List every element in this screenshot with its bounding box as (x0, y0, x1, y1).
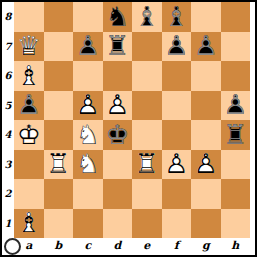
file-labels: abcdefgh (14, 238, 250, 253)
square-f2[interactable] (162, 179, 192, 209)
square-g3[interactable]: ♟♙ (191, 150, 221, 180)
square-h8[interactable] (221, 2, 251, 32)
square-f7[interactable]: ♟♙ (162, 32, 192, 62)
square-g2[interactable] (191, 179, 221, 209)
square-f3[interactable]: ♟♙ (162, 150, 192, 180)
square-b6[interactable] (44, 61, 74, 91)
square-h6[interactable] (221, 61, 251, 91)
square-a2[interactable] (14, 179, 44, 209)
square-d2[interactable] (103, 179, 133, 209)
rank-label-8: 8 (2, 2, 14, 32)
rank-label-3: 3 (2, 150, 14, 180)
rank-label-5: 5 (2, 91, 14, 121)
square-e3[interactable]: ♜♖ (132, 150, 162, 180)
square-a7[interactable]: ♛♕ (14, 32, 44, 62)
square-a4[interactable]: ♚♔ (14, 120, 44, 150)
file-label-f: f (162, 238, 192, 253)
square-d6[interactable] (103, 61, 133, 91)
piece-black-king: ♚♔ (103, 120, 133, 150)
piece-white-rook: ♜♖ (44, 150, 74, 180)
chess-board: ♞♘♝♗♝♗♛♕♟♙♜♖♟♙♟♙♝♗♟♙♟♙♟♙♟♙♚♔♞♘♚♔♜♖♜♖♞♘♜♖… (14, 2, 250, 238)
square-a5[interactable]: ♟♙ (14, 91, 44, 121)
square-g5[interactable] (191, 91, 221, 121)
piece-white-bishop: ♝♗ (14, 61, 44, 91)
piece-white-pawn: ♟♙ (191, 150, 221, 180)
chess-diagram: 87654321 ♞♘♝♗♝♗♛♕♟♙♜♖♟♙♟♙♝♗♟♙♟♙♟♙♟♙♚♔♞♘♚… (0, 0, 257, 257)
square-c7[interactable]: ♟♙ (73, 32, 103, 62)
square-d8[interactable]: ♞♘ (103, 2, 133, 32)
rank-label-2: 2 (2, 179, 14, 209)
square-c8[interactable] (73, 2, 103, 32)
file-label-h: h (221, 238, 251, 253)
square-f8[interactable]: ♝♗ (162, 2, 192, 32)
piece-white-knight: ♞♘ (73, 150, 103, 180)
square-h2[interactable] (221, 179, 251, 209)
square-d4[interactable]: ♚♔ (103, 120, 133, 150)
square-e4[interactable] (132, 120, 162, 150)
rank-label-1: 1 (2, 209, 14, 239)
piece-white-bishop: ♝♗ (14, 209, 44, 239)
square-f6[interactable] (162, 61, 192, 91)
square-b3[interactable]: ♜♖ (44, 150, 74, 180)
piece-white-pawn: ♟♙ (73, 91, 103, 121)
square-d3[interactable] (103, 150, 133, 180)
square-h4[interactable]: ♜♖ (221, 120, 251, 150)
square-g1[interactable] (191, 209, 221, 239)
rank-label-4: 4 (2, 120, 14, 150)
square-b7[interactable] (44, 32, 74, 62)
square-a8[interactable] (14, 2, 44, 32)
square-e5[interactable] (132, 91, 162, 121)
square-c6[interactable] (73, 61, 103, 91)
file-label-c: c (73, 238, 103, 253)
square-d7[interactable]: ♜♖ (103, 32, 133, 62)
square-g8[interactable] (191, 2, 221, 32)
square-a1[interactable]: ♝♗ (14, 209, 44, 239)
square-b2[interactable] (44, 179, 74, 209)
piece-white-rook: ♜♖ (132, 150, 162, 180)
square-f1[interactable] (162, 209, 192, 239)
rank-labels: 87654321 (2, 2, 14, 238)
file-label-e: e (132, 238, 162, 253)
square-b1[interactable] (44, 209, 74, 239)
square-c3[interactable]: ♞♘ (73, 150, 103, 180)
square-a6[interactable]: ♝♗ (14, 61, 44, 91)
piece-black-knight: ♞♘ (103, 2, 133, 32)
square-e6[interactable] (132, 61, 162, 91)
file-label-g: g (191, 238, 221, 253)
square-e2[interactable] (132, 179, 162, 209)
square-g4[interactable] (191, 120, 221, 150)
piece-black-bishop: ♝♗ (162, 2, 192, 32)
piece-black-rook: ♜♖ (221, 120, 251, 150)
square-d5[interactable]: ♟♙ (103, 91, 133, 121)
square-h3[interactable] (221, 150, 251, 180)
rank-label-6: 6 (2, 61, 14, 91)
square-h7[interactable] (221, 32, 251, 62)
square-g7[interactable]: ♟♙ (191, 32, 221, 62)
rank-label-7: 7 (2, 32, 14, 62)
square-h5[interactable]: ♟♙ (221, 91, 251, 121)
piece-black-pawn: ♟♙ (221, 91, 251, 121)
square-a3[interactable] (14, 150, 44, 180)
square-e1[interactable] (132, 209, 162, 239)
piece-black-bishop: ♝♗ (132, 2, 162, 32)
square-d1[interactable] (103, 209, 133, 239)
square-c2[interactable] (73, 179, 103, 209)
square-f4[interactable] (162, 120, 192, 150)
file-label-b: b (44, 238, 74, 253)
piece-white-knight: ♞♘ (73, 120, 103, 150)
piece-black-pawn: ♟♙ (73, 32, 103, 62)
piece-white-pawn: ♟♙ (103, 91, 133, 121)
square-c4[interactable]: ♞♘ (73, 120, 103, 150)
square-b8[interactable] (44, 2, 74, 32)
square-g6[interactable] (191, 61, 221, 91)
square-h1[interactable] (221, 209, 251, 239)
piece-white-king: ♚♔ (14, 120, 44, 150)
piece-white-queen: ♛♕ (14, 32, 44, 62)
piece-white-pawn: ♟♙ (162, 150, 192, 180)
square-b5[interactable] (44, 91, 74, 121)
square-f5[interactable] (162, 91, 192, 121)
square-c5[interactable]: ♟♙ (73, 91, 103, 121)
file-label-d: d (103, 238, 133, 253)
piece-black-pawn: ♟♙ (162, 32, 192, 62)
square-c1[interactable] (73, 209, 103, 239)
piece-black-pawn: ♟♙ (191, 32, 221, 62)
square-b4[interactable] (44, 120, 74, 150)
piece-black-rook: ♜♖ (103, 32, 133, 62)
piece-black-pawn: ♟♙ (14, 91, 44, 121)
square-e7[interactable] (132, 32, 162, 62)
white-to-move-indicator (4, 238, 21, 255)
square-e8[interactable]: ♝♗ (132, 2, 162, 32)
